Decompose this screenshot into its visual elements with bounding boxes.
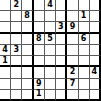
cell-r5c9[interactable]: [90, 45, 101, 56]
cell-r9c4[interactable]: 1: [34, 90, 45, 101]
cell-r3c8[interactable]: [79, 22, 90, 33]
cell-r7c8[interactable]: [79, 67, 90, 78]
cell-r8c1[interactable]: [0, 79, 11, 90]
cell-r7c7[interactable]: 2: [67, 67, 78, 78]
cell-r1c9[interactable]: [90, 0, 101, 11]
cell-r1c8[interactable]: [79, 0, 90, 11]
cell-r4c2[interactable]: [11, 34, 22, 45]
cell-r6c4[interactable]: [34, 56, 45, 67]
cell-r1c2[interactable]: 2: [11, 0, 22, 11]
cell-r9c7[interactable]: [67, 90, 78, 101]
cell-r5c7[interactable]: [67, 45, 78, 56]
cell-r2c5[interactable]: [45, 11, 56, 22]
cell-r5c1[interactable]: 4: [0, 45, 11, 56]
cell-r6c6[interactable]: [56, 56, 67, 67]
cell-r5c2[interactable]: 3: [11, 45, 22, 56]
cell-r1c5[interactable]: 4: [45, 0, 56, 11]
cell-r2c6[interactable]: [56, 11, 67, 22]
cell-r4c9[interactable]: [90, 34, 101, 45]
cell-r2c9[interactable]: [90, 11, 101, 22]
cell-r9c9[interactable]: [90, 90, 101, 101]
cell-r8c8[interactable]: [79, 79, 90, 90]
cell-r7c3[interactable]: [22, 67, 33, 78]
cell-r2c1[interactable]: [0, 11, 11, 22]
cell-r2c8[interactable]: 1: [79, 11, 90, 22]
cell-r1c4[interactable]: [34, 0, 45, 11]
cell-r3c9[interactable]: [90, 22, 101, 33]
cell-r6c8[interactable]: [79, 56, 90, 67]
cell-r8c6[interactable]: [56, 79, 67, 90]
sudoku-board: 24813985643124971: [0, 0, 101, 101]
cell-r2c7[interactable]: [67, 11, 78, 22]
cell-r1c7[interactable]: [67, 0, 78, 11]
cell-r1c1[interactable]: [0, 0, 11, 11]
cell-r6c1[interactable]: 1: [0, 56, 11, 67]
cell-r3c1[interactable]: [0, 22, 11, 33]
cell-r1c3[interactable]: [22, 0, 33, 11]
cell-r2c3[interactable]: 8: [22, 11, 33, 22]
cell-r7c4[interactable]: [34, 67, 45, 78]
cell-r9c1[interactable]: [0, 90, 11, 101]
cell-r3c2[interactable]: [11, 22, 22, 33]
cell-r9c5[interactable]: [45, 90, 56, 101]
cell-r4c7[interactable]: [67, 34, 78, 45]
cell-r8c5[interactable]: [45, 79, 56, 90]
cell-r4c3[interactable]: [22, 34, 33, 45]
cell-r3c3[interactable]: [22, 22, 33, 33]
cell-r9c3[interactable]: [22, 90, 33, 101]
cell-r8c2[interactable]: [11, 79, 22, 90]
cell-r8c9[interactable]: [90, 79, 101, 90]
cell-r8c7[interactable]: 7: [67, 79, 78, 90]
cell-r9c6[interactable]: [56, 90, 67, 101]
cell-r5c4[interactable]: [34, 45, 45, 56]
cell-r3c5[interactable]: [45, 22, 56, 33]
cell-r5c3[interactable]: [22, 45, 33, 56]
cell-r9c8[interactable]: [79, 90, 90, 101]
cell-r5c8[interactable]: [79, 45, 90, 56]
cell-r7c9[interactable]: 4: [90, 67, 101, 78]
cell-r8c3[interactable]: [22, 79, 33, 90]
cell-r3c6[interactable]: 3: [56, 22, 67, 33]
cell-r7c6[interactable]: [56, 67, 67, 78]
cell-r4c4[interactable]: 8: [34, 34, 45, 45]
cell-r3c7[interactable]: 9: [67, 22, 78, 33]
cell-r6c7[interactable]: [67, 56, 78, 67]
cell-r8c4[interactable]: 9: [34, 79, 45, 90]
cell-r4c1[interactable]: [0, 34, 11, 45]
cell-r5c6[interactable]: [56, 45, 67, 56]
cell-r2c4[interactable]: [34, 11, 45, 22]
cell-r6c2[interactable]: [11, 56, 22, 67]
cell-r5c5[interactable]: [45, 45, 56, 56]
cell-r3c4[interactable]: [34, 22, 45, 33]
cell-r4c5[interactable]: 5: [45, 34, 56, 45]
cell-r2c2[interactable]: [11, 11, 22, 22]
cell-r4c8[interactable]: 6: [79, 34, 90, 45]
cell-r6c9[interactable]: [90, 56, 101, 67]
cell-r7c2[interactable]: [11, 67, 22, 78]
cell-r7c1[interactable]: [0, 67, 11, 78]
cell-r4c6[interactable]: [56, 34, 67, 45]
cell-r7c5[interactable]: [45, 67, 56, 78]
cell-r6c5[interactable]: [45, 56, 56, 67]
cell-r1c6[interactable]: [56, 0, 67, 11]
cell-r6c3[interactable]: [22, 56, 33, 67]
cell-r9c2[interactable]: [11, 90, 22, 101]
